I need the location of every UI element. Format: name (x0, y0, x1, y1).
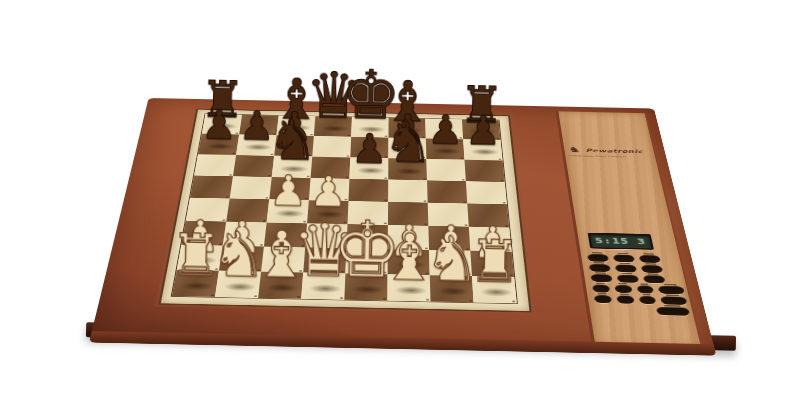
piece-white-rook-h1[interactable]: ♜ (468, 233, 521, 292)
panel-key-r1-c2[interactable] (613, 254, 635, 262)
keypad-row-1 (587, 254, 678, 263)
panel-key-r4-c1[interactable] (592, 284, 610, 292)
knight-logo-icon: ♞ (567, 145, 581, 155)
panel-key-r5-c2[interactable] (616, 295, 634, 303)
panel-key-r2-c2[interactable] (615, 264, 637, 272)
product-photo: ♜♝♛♚♝♜♟♟♟♟♟♟♞♟♞♟♟♟♟♟♟♟♟♜♞♝♛♚♝♞♜ ♞ Pewatr… (0, 0, 800, 400)
keypad-row-3 (590, 274, 682, 284)
panel-key-r4-c3[interactable] (636, 285, 654, 293)
panel-key-wide-r6[interactable] (656, 307, 690, 316)
piece-black-knight-f6[interactable]: ♞ (383, 114, 434, 171)
piece-black-pawn-a7[interactable]: ♟ (201, 105, 237, 145)
panel-key-r1-c3[interactable] (639, 255, 661, 263)
panel-key-r1-c1[interactable] (587, 254, 609, 262)
panel-key-wide-r5[interactable] (660, 296, 687, 305)
keypad-row-2 (589, 264, 680, 273)
piece-black-knight-c6[interactable]: ♞ (267, 112, 318, 169)
piece-black-pawn-h7[interactable]: ♟ (465, 111, 501, 151)
square-h1[interactable]: ♜ (472, 276, 517, 303)
keypad-row-5 (594, 295, 688, 305)
square-h6[interactable] (464, 160, 504, 182)
square-f6[interactable]: ♞ (388, 158, 427, 180)
panel-key-r3-c2[interactable] (617, 275, 640, 283)
square-g1[interactable]: ♞ (430, 275, 474, 302)
square-b5[interactable] (230, 176, 272, 199)
keypad-row-6 (596, 306, 691, 316)
panel-key-r5-c1[interactable] (594, 295, 612, 303)
board-3d: ♜♝♛♚♝♜♟♟♟♟♟♟♞♟♞♟♟♟♟♟♟♟♟♜♞♝♛♚♝♞♜ ♞ Pewatr… (89, 98, 716, 356)
keypad-row-4 (592, 284, 685, 294)
panel-key-r2-c1[interactable] (589, 264, 611, 272)
panel-key-r3-c3[interactable] (643, 275, 666, 283)
piece-white-pawn-c4[interactable]: ♟ (269, 170, 308, 213)
chessboard: ♜♝♛♚♝♜♟♟♟♟♟♟♞♟♞♟♟♟♟♟♟♟♟♜♞♝♛♚♝♞♜ (171, 114, 518, 304)
brand-name: Pewatronic (585, 148, 643, 154)
square-a7[interactable]: ♟ (198, 134, 239, 155)
keypad (587, 254, 691, 319)
brand-logo: ♞ Pewatronic Grandmaster Chess Computer (567, 144, 652, 158)
panel-key-wide-r4[interactable] (658, 286, 685, 294)
square-h5[interactable] (466, 181, 507, 204)
panel-key-r3-c1[interactable] (590, 274, 612, 282)
panel-key-r4-c2[interactable] (614, 285, 632, 293)
panel-key-r5-c3[interactable] (638, 296, 657, 304)
square-h7[interactable]: ♟ (463, 139, 502, 160)
panel-key-r2-c3[interactable] (641, 265, 664, 273)
brand-tagline: Grandmaster Chess Computer (569, 154, 653, 158)
